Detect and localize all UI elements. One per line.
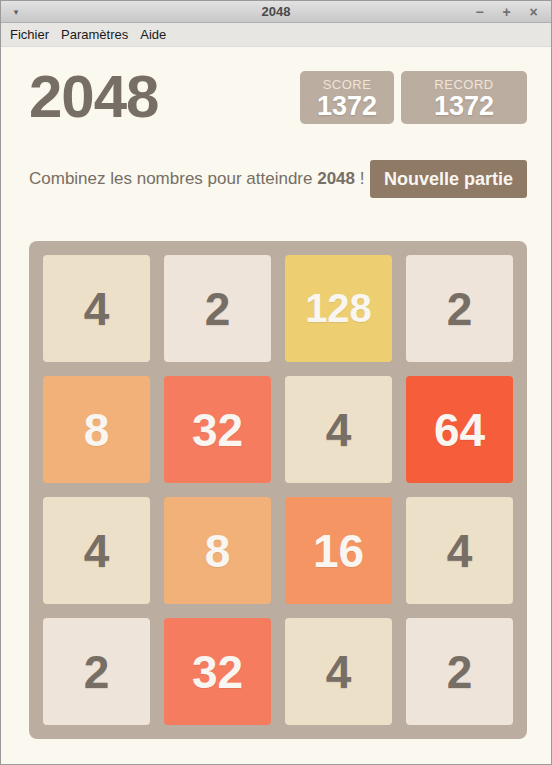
titlebar: ▾ 2048 − + × [1, 1, 551, 23]
tile-4: 4 [43, 497, 150, 604]
tile-4: 4 [43, 255, 150, 362]
tile-16: 16 [285, 497, 392, 604]
maximize-button[interactable]: + [493, 1, 520, 23]
instruction-prefix: Combinez les nombres pour atteindre [29, 169, 317, 188]
tile-32: 32 [164, 376, 271, 483]
window-controls: − + × [466, 1, 547, 23]
tile-128: 128 [285, 255, 392, 362]
page-title: 2048 [29, 71, 158, 123]
instruction-suffix: ! [355, 169, 364, 188]
record-value: 1372 [434, 92, 494, 120]
tile-64: 64 [406, 376, 513, 483]
window-title: 2048 [262, 4, 291, 19]
board-grid: 4212828324644816423242 [29, 241, 527, 739]
tile-4: 4 [285, 618, 392, 725]
tile-2: 2 [164, 255, 271, 362]
record-box: RECORD 1372 [401, 71, 527, 124]
tile-2: 2 [406, 255, 513, 362]
menu-fichier[interactable]: Fichier [4, 24, 55, 45]
tile-2: 2 [43, 618, 150, 725]
tile-4: 4 [285, 376, 392, 483]
score-value: 1372 [317, 92, 377, 120]
score-panel: SCORE 1372 RECORD 1372 [300, 71, 527, 124]
game-content: 2048 SCORE 1372 RECORD 1372 Combinez les… [1, 47, 551, 739]
tile-32: 32 [164, 618, 271, 725]
new-game-button[interactable]: Nouvelle partie [370, 160, 527, 198]
tile-2: 2 [406, 618, 513, 725]
record-label: RECORD [434, 78, 493, 92]
window-menu-icon[interactable]: ▾ [7, 1, 25, 23]
minimize-button[interactable]: − [466, 1, 493, 23]
tile-8: 8 [43, 376, 150, 483]
header-row: 2048 SCORE 1372 RECORD 1372 [29, 71, 527, 124]
instruction-goal: 2048 [317, 169, 355, 188]
menu-parametres[interactable]: Paramètres [55, 24, 134, 45]
instruction-text: Combinez les nombres pour atteindre 2048… [29, 169, 364, 189]
menu-aide[interactable]: Aide [134, 24, 172, 45]
close-button[interactable]: × [520, 1, 547, 23]
menubar: Fichier Paramètres Aide [1, 23, 551, 47]
score-box: SCORE 1372 [300, 71, 394, 124]
app-window: ▾ 2048 − + × Fichier Paramètres Aide 204… [0, 0, 552, 765]
score-label: SCORE [323, 78, 372, 92]
tile-8: 8 [164, 497, 271, 604]
sub-row: Combinez les nombres pour atteindre 2048… [29, 160, 527, 198]
tile-4: 4 [406, 497, 513, 604]
